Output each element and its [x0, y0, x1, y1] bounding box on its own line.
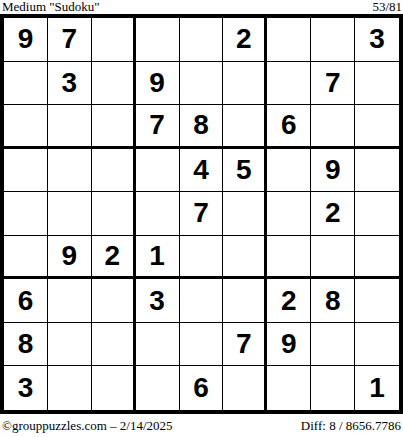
cell-r8-c6[interactable]: 7: [223, 323, 267, 367]
cell-r2-c1[interactable]: [4, 62, 48, 106]
cell-r6-c1[interactable]: [4, 236, 48, 280]
cell-r4-c3[interactable]: [92, 149, 136, 193]
cell-r3-c2[interactable]: [48, 105, 92, 149]
sudoku-page: Medium "Sudoku" 53/81 972339778645972921…: [0, 0, 403, 437]
cell-r1-c2[interactable]: 7: [48, 18, 92, 62]
cell-r4-c9[interactable]: [355, 149, 399, 193]
cell-r8-c2[interactable]: [48, 323, 92, 367]
cell-r3-c1[interactable]: [4, 105, 48, 149]
cell-r2-c9[interactable]: [355, 62, 399, 106]
cell-r4-c1[interactable]: [4, 149, 48, 193]
cell-r3-c3[interactable]: [92, 105, 136, 149]
cell-r1-c4[interactable]: [136, 18, 180, 62]
cell-r1-c6[interactable]: 2: [223, 18, 267, 62]
cell-r7-c4[interactable]: 3: [136, 279, 180, 323]
cell-r7-c1[interactable]: 6: [4, 279, 48, 323]
cell-r5-c2[interactable]: [48, 192, 92, 236]
cell-r8-c9[interactable]: [355, 323, 399, 367]
cell-r1-c8[interactable]: [311, 18, 355, 62]
copyright-text: ©grouppuzzles.com – 2/14/2025: [2, 418, 173, 434]
cell-r1-c9[interactable]: 3: [355, 18, 399, 62]
cell-r1-c3[interactable]: [92, 18, 136, 62]
cell-r9-c8[interactable]: [311, 366, 355, 410]
cell-r8-c1[interactable]: 8: [4, 323, 48, 367]
cell-r3-c5[interactable]: 8: [180, 105, 224, 149]
cell-r5-c9[interactable]: [355, 192, 399, 236]
cell-r1-c7[interactable]: [267, 18, 311, 62]
cell-r3-c4[interactable]: 7: [136, 105, 180, 149]
cell-r5-c7[interactable]: [267, 192, 311, 236]
cell-r8-c4[interactable]: [136, 323, 180, 367]
cell-r6-c6[interactable]: [223, 236, 267, 280]
cell-r2-c3[interactable]: [92, 62, 136, 106]
cell-r2-c2[interactable]: 3: [48, 62, 92, 106]
cell-r3-c7[interactable]: 6: [267, 105, 311, 149]
cell-r8-c8[interactable]: [311, 323, 355, 367]
sudoku-board: 9723397786459729216328879361: [0, 14, 403, 414]
cell-r1-c1[interactable]: 9: [4, 18, 48, 62]
cell-r7-c3[interactable]: [92, 279, 136, 323]
cell-r2-c8[interactable]: 7: [311, 62, 355, 106]
cell-r9-c5[interactable]: 6: [180, 366, 224, 410]
cell-r7-c7[interactable]: 2: [267, 279, 311, 323]
cell-r9-c6[interactable]: [223, 366, 267, 410]
cell-r1-c5[interactable]: [180, 18, 224, 62]
cell-r9-c2[interactable]: [48, 366, 92, 410]
cell-r5-c5[interactable]: 7: [180, 192, 224, 236]
cell-r9-c3[interactable]: [92, 366, 136, 410]
cell-r6-c7[interactable]: [267, 236, 311, 280]
cell-r6-c9[interactable]: [355, 236, 399, 280]
cell-r5-c1[interactable]: [4, 192, 48, 236]
cell-r3-c9[interactable]: [355, 105, 399, 149]
cell-r9-c9[interactable]: 1: [355, 366, 399, 410]
footer: ©grouppuzzles.com – 2/14/2025 Diff: 8 / …: [0, 414, 403, 437]
cell-r5-c3[interactable]: [92, 192, 136, 236]
cell-r3-c8[interactable]: [311, 105, 355, 149]
cell-r5-c8[interactable]: 2: [311, 192, 355, 236]
puzzle-title: Medium "Sudoku": [2, 0, 100, 13]
cell-r6-c5[interactable]: [180, 236, 224, 280]
cell-r9-c1[interactable]: 3: [4, 366, 48, 410]
cell-r8-c7[interactable]: 9: [267, 323, 311, 367]
cell-r2-c5[interactable]: [180, 62, 224, 106]
cell-r8-c5[interactable]: [180, 323, 224, 367]
cell-r6-c2[interactable]: 9: [48, 236, 92, 280]
cell-r7-c6[interactable]: [223, 279, 267, 323]
difficulty-text: Diff: 8 / 8656.7786: [301, 418, 401, 434]
cell-r4-c7[interactable]: [267, 149, 311, 193]
cell-r5-c4[interactable]: [136, 192, 180, 236]
cell-r7-c2[interactable]: [48, 279, 92, 323]
cell-r7-c8[interactable]: 8: [311, 279, 355, 323]
cell-r6-c4[interactable]: 1: [136, 236, 180, 280]
cell-r4-c5[interactable]: 4: [180, 149, 224, 193]
cell-r7-c9[interactable]: [355, 279, 399, 323]
cell-r8-c3[interactable]: [92, 323, 136, 367]
header: Medium "Sudoku" 53/81: [0, 0, 403, 14]
cell-r9-c7[interactable]: [267, 366, 311, 410]
cell-r9-c4[interactable]: [136, 366, 180, 410]
cell-r2-c6[interactable]: [223, 62, 267, 106]
remaining-counter: 53/81: [372, 0, 402, 13]
cell-r2-c7[interactable]: [267, 62, 311, 106]
cell-r2-c4[interactable]: 9: [136, 62, 180, 106]
cell-r6-c8[interactable]: [311, 236, 355, 280]
cell-r5-c6[interactable]: [223, 192, 267, 236]
cell-r6-c3[interactable]: 2: [92, 236, 136, 280]
cell-r4-c6[interactable]: 5: [223, 149, 267, 193]
cell-r3-c6[interactable]: [223, 105, 267, 149]
cell-r4-c2[interactable]: [48, 149, 92, 193]
cell-r4-c8[interactable]: 9: [311, 149, 355, 193]
cell-r4-c4[interactable]: [136, 149, 180, 193]
cell-r7-c5[interactable]: [180, 279, 224, 323]
